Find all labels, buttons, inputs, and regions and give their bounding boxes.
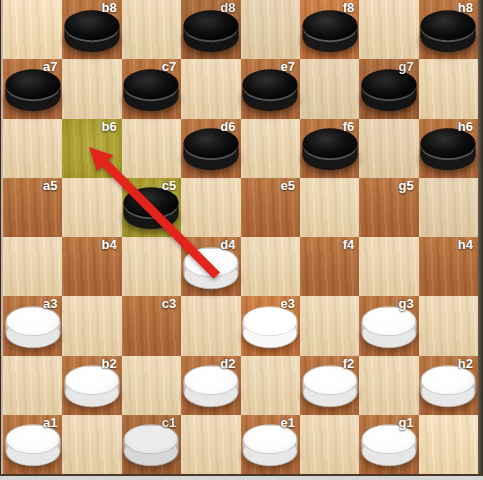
square-label-g1: g1	[398, 415, 413, 431]
black-piece-c7[interactable]	[124, 69, 179, 111]
square-b6[interactable]: b6	[62, 119, 121, 178]
black-piece-f6[interactable]	[302, 128, 357, 170]
black-piece-c5[interactable]	[124, 188, 179, 230]
square-label-c5: c5	[162, 178, 176, 194]
square-label-c3: c3	[162, 296, 176, 312]
square-c5[interactable]: c5	[122, 178, 181, 237]
square-b3[interactable]	[62, 296, 121, 355]
square-e7[interactable]: e7	[241, 59, 300, 118]
square-e2[interactable]	[241, 356, 300, 415]
square-label-h4: h4	[458, 237, 473, 253]
board-left-edge	[0, 0, 3, 474]
square-a6[interactable]	[3, 119, 62, 178]
square-label-h8: h8	[458, 0, 473, 16]
square-label-d2: d2	[220, 356, 235, 372]
square-g7[interactable]: g7	[359, 59, 418, 118]
square-h1[interactable]	[419, 415, 478, 474]
square-d7[interactable]	[181, 59, 240, 118]
square-label-e3: e3	[280, 296, 294, 312]
square-a3[interactable]: a3	[3, 296, 62, 355]
square-label-a3: a3	[43, 296, 57, 312]
square-label-b6: b6	[102, 119, 117, 135]
square-f8[interactable]: f8	[300, 0, 359, 59]
square-d4[interactable]: d4	[181, 237, 240, 296]
square-label-d8: d8	[220, 0, 235, 16]
white-piece-g3[interactable]	[361, 306, 416, 348]
square-label-f4: f4	[343, 237, 355, 253]
board-area: b8d8f8h8a7c7e7g7b6d6f6h6a5c5e5g5b4d4f4h4…	[3, 0, 478, 474]
square-c6[interactable]	[122, 119, 181, 178]
black-piece-e7[interactable]	[243, 69, 298, 111]
square-label-g5: g5	[398, 178, 413, 194]
square-b4[interactable]: b4	[62, 237, 121, 296]
square-g4[interactable]	[359, 237, 418, 296]
square-d1[interactable]	[181, 415, 240, 474]
white-piece-f2[interactable]	[302, 365, 357, 407]
square-g8[interactable]	[359, 0, 418, 59]
square-e8[interactable]	[241, 0, 300, 59]
square-d2[interactable]: d2	[181, 356, 240, 415]
square-label-f2: f2	[343, 356, 355, 372]
white-piece-h2[interactable]	[421, 365, 476, 407]
square-g6[interactable]	[359, 119, 418, 178]
white-piece-e3[interactable]	[243, 306, 298, 348]
square-label-c1: c1	[162, 415, 176, 431]
square-b8[interactable]: b8	[62, 0, 121, 59]
white-piece-e1[interactable]	[243, 425, 298, 467]
square-label-b8: b8	[102, 0, 117, 16]
white-piece-a1[interactable]	[5, 425, 60, 467]
square-label-f6: f6	[343, 119, 355, 135]
black-piece-d8[interactable]	[183, 10, 238, 52]
square-label-e1: e1	[280, 415, 294, 431]
white-piece-d2[interactable]	[183, 365, 238, 407]
square-label-a1: a1	[43, 415, 57, 431]
square-f7[interactable]	[300, 59, 359, 118]
white-piece-g1[interactable]	[361, 425, 416, 467]
square-a2[interactable]	[3, 356, 62, 415]
square-a1[interactable]: a1	[3, 415, 62, 474]
square-c1[interactable]: c1	[122, 415, 181, 474]
square-e1[interactable]: e1	[241, 415, 300, 474]
square-b5[interactable]	[62, 178, 121, 237]
square-h8[interactable]: h8	[419, 0, 478, 59]
square-a8[interactable]	[3, 0, 62, 59]
square-g2[interactable]	[359, 356, 418, 415]
white-piece-a3[interactable]	[5, 306, 60, 348]
square-label-e5: e5	[280, 178, 294, 194]
square-e6[interactable]	[241, 119, 300, 178]
square-d6[interactable]: d6	[181, 119, 240, 178]
square-label-h2: h2	[458, 356, 473, 372]
square-c4[interactable]	[122, 237, 181, 296]
square-h4[interactable]: h4	[419, 237, 478, 296]
black-piece-g7[interactable]	[361, 69, 416, 111]
square-label-d6: d6	[220, 119, 235, 135]
square-label-a5: a5	[43, 178, 57, 194]
board-bottom-edge	[0, 474, 483, 480]
square-label-b4: b4	[102, 237, 117, 253]
square-label-c7: c7	[162, 59, 176, 75]
square-label-e7: e7	[280, 59, 294, 75]
square-e5[interactable]: e5	[241, 178, 300, 237]
square-label-a7: a7	[43, 59, 57, 75]
square-d5[interactable]	[181, 178, 240, 237]
square-e4[interactable]	[241, 237, 300, 296]
square-a4[interactable]	[3, 237, 62, 296]
square-f3[interactable]	[300, 296, 359, 355]
black-piece-h8[interactable]	[421, 10, 476, 52]
square-d8[interactable]: d8	[181, 0, 240, 59]
square-c3[interactable]: c3	[122, 296, 181, 355]
square-b2[interactable]: b2	[62, 356, 121, 415]
square-c7[interactable]: c7	[122, 59, 181, 118]
square-f6[interactable]: f6	[300, 119, 359, 178]
square-label-h6: h6	[458, 119, 473, 135]
square-b1[interactable]	[62, 415, 121, 474]
square-g1[interactable]: g1	[359, 415, 418, 474]
black-piece-b8[interactable]	[65, 10, 120, 52]
square-label-f8: f8	[343, 0, 355, 16]
square-a5[interactable]: a5	[3, 178, 62, 237]
white-piece-c1[interactable]	[124, 425, 179, 467]
white-piece-d4[interactable]	[183, 247, 238, 289]
square-label-b2: b2	[102, 356, 117, 372]
square-h6[interactable]: h6	[419, 119, 478, 178]
square-c2[interactable]	[122, 356, 181, 415]
square-label-g7: g7	[398, 59, 413, 75]
black-piece-a7[interactable]	[5, 69, 60, 111]
square-h3[interactable]	[419, 296, 478, 355]
square-h2[interactable]: h2	[419, 356, 478, 415]
board: b8d8f8h8a7c7e7g7b6d6f6h6a5c5e5g5b4d4f4h4…	[3, 0, 478, 474]
board-right-edge	[478, 0, 483, 474]
square-c8[interactable]	[122, 0, 181, 59]
square-b7[interactable]	[62, 59, 121, 118]
black-piece-f8[interactable]	[302, 10, 357, 52]
square-d3[interactable]	[181, 296, 240, 355]
checkers-app: b8d8f8h8a7c7e7g7b6d6f6h6a5c5e5g5b4d4f4h4…	[0, 0, 483, 480]
white-piece-b2[interactable]	[65, 365, 120, 407]
square-label-d4: d4	[220, 237, 235, 253]
square-e3[interactable]: e3	[241, 296, 300, 355]
square-h7[interactable]	[419, 59, 478, 118]
square-f2[interactable]: f2	[300, 356, 359, 415]
square-f1[interactable]	[300, 415, 359, 474]
black-piece-h6[interactable]	[421, 128, 476, 170]
square-a7[interactable]: a7	[3, 59, 62, 118]
square-label-g3: g3	[398, 296, 413, 312]
square-f4[interactable]: f4	[300, 237, 359, 296]
square-h5[interactable]	[419, 178, 478, 237]
square-f5[interactable]	[300, 178, 359, 237]
square-g3[interactable]: g3	[359, 296, 418, 355]
square-g5[interactable]: g5	[359, 178, 418, 237]
black-piece-d6[interactable]	[183, 128, 238, 170]
